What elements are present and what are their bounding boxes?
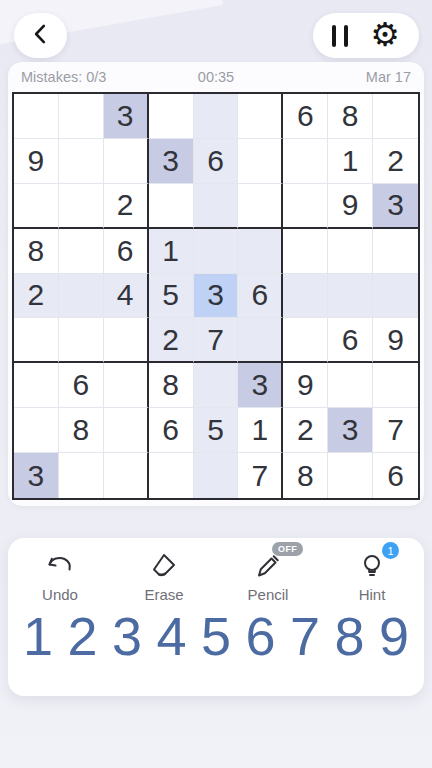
- cell-r9c5[interactable]: [194, 453, 239, 498]
- cell-r8c2[interactable]: 8: [59, 408, 104, 453]
- cell-r9c8[interactable]: [328, 453, 373, 498]
- erase-icon: [147, 549, 181, 583]
- cell-r1c9[interactable]: [373, 94, 418, 139]
- cell-r3c7[interactable]: [283, 184, 328, 229]
- numpad: 123456789: [8, 603, 424, 669]
- undo-label: Undo: [42, 586, 78, 603]
- cell-r4c4[interactable]: 1: [149, 229, 194, 274]
- cell-r1c7[interactable]: 6: [283, 94, 328, 139]
- cell-r1c5[interactable]: [194, 94, 239, 139]
- hint-count-badge: 1: [382, 542, 399, 559]
- numpad-key-2[interactable]: 2: [67, 605, 97, 669]
- cell-r1c1[interactable]: [14, 94, 59, 139]
- cell-r1c8[interactable]: 8: [328, 94, 373, 139]
- numpad-key-6[interactable]: 6: [245, 605, 275, 669]
- cell-r5c4[interactable]: 5: [149, 274, 194, 319]
- cell-r4c1[interactable]: 8: [14, 229, 59, 274]
- cell-r3c4[interactable]: [149, 184, 194, 229]
- cell-r7c3[interactable]: [104, 363, 149, 408]
- numpad-key-8[interactable]: 8: [334, 605, 364, 669]
- sudoku-board: 36893612293861245362769683986512373786: [12, 92, 420, 500]
- cell-r7c8[interactable]: [328, 363, 373, 408]
- cell-r5c9[interactable]: [373, 274, 418, 319]
- status-bar: Mistakes: 0/3 00:35 Mar 17: [8, 62, 424, 85]
- back-chevron-icon: [28, 21, 54, 51]
- board-card: Mistakes: 0/3 00:35 Mar 17 3689361229386…: [8, 62, 424, 506]
- cell-r8c4[interactable]: 6: [149, 408, 194, 453]
- cell-r2c8[interactable]: 1: [328, 139, 373, 184]
- cell-r4c8[interactable]: [328, 229, 373, 274]
- cell-r6c2[interactable]: [59, 318, 104, 363]
- cell-r5c1[interactable]: 2: [14, 274, 59, 319]
- cell-r5c2[interactable]: [59, 274, 104, 319]
- cell-r8c3[interactable]: [104, 408, 149, 453]
- cell-r3c5[interactable]: [194, 184, 239, 229]
- cell-r2c2[interactable]: [59, 139, 104, 184]
- cell-r5c6[interactable]: 6: [238, 274, 283, 319]
- cell-r6c1[interactable]: [14, 318, 59, 363]
- cell-r2c4[interactable]: 3: [149, 139, 194, 184]
- cell-r3c1[interactable]: [14, 184, 59, 229]
- back-button[interactable]: [14, 13, 67, 58]
- cell-r6c4[interactable]: 2: [149, 318, 194, 363]
- cell-r9c2[interactable]: [59, 453, 104, 498]
- cell-r9c9[interactable]: 6: [373, 453, 418, 498]
- settings-gear-icon[interactable]: ⚙: [370, 18, 400, 51]
- cell-r5c7[interactable]: [283, 274, 328, 319]
- cell-r5c8[interactable]: [328, 274, 373, 319]
- cell-r1c4[interactable]: [149, 94, 194, 139]
- date-label: Mar 17: [281, 69, 411, 85]
- numpad-key-3[interactable]: 3: [112, 605, 142, 669]
- erase-label: Erase: [144, 586, 183, 603]
- cell-r9c3[interactable]: [104, 453, 149, 498]
- cell-r6c9[interactable]: 9: [373, 318, 418, 363]
- cell-r7c5[interactable]: [194, 363, 239, 408]
- pause-button[interactable]: [332, 25, 348, 47]
- numpad-key-4[interactable]: 4: [156, 605, 186, 669]
- cell-r3c6[interactable]: [238, 184, 283, 229]
- hint-label: Hint: [359, 586, 386, 603]
- pencil-off-badge: OFF: [272, 542, 303, 556]
- cell-r3c9[interactable]: 3: [373, 184, 418, 229]
- cell-r1c2[interactable]: [59, 94, 104, 139]
- numpad-key-7[interactable]: 7: [290, 605, 320, 669]
- numpad-key-9[interactable]: 9: [379, 605, 409, 669]
- cell-r8c9[interactable]: 7: [373, 408, 418, 453]
- cell-r4c6[interactable]: [238, 229, 283, 274]
- cell-r1c3[interactable]: 3: [104, 94, 149, 139]
- cell-r2c9[interactable]: 2: [373, 139, 418, 184]
- cell-r4c5[interactable]: [194, 229, 239, 274]
- cell-r9c7[interactable]: 8: [283, 453, 328, 498]
- cell-r9c1[interactable]: 3: [14, 453, 59, 498]
- cell-r8c1[interactable]: [14, 408, 59, 453]
- cell-r3c3[interactable]: 2: [104, 184, 149, 229]
- cell-r2c3[interactable]: [104, 139, 149, 184]
- cell-r7c2[interactable]: 6: [59, 363, 104, 408]
- cell-r2c5[interactable]: 6: [194, 139, 239, 184]
- cell-r7c7[interactable]: 9: [283, 363, 328, 408]
- cell-r5c3[interactable]: 4: [104, 274, 149, 319]
- cell-r2c1[interactable]: 9: [14, 139, 59, 184]
- cell-r8c5[interactable]: 5: [194, 408, 239, 453]
- cell-r6c8[interactable]: 6: [328, 318, 373, 363]
- cell-r7c4[interactable]: 8: [149, 363, 194, 408]
- erase-button[interactable]: Erase: [112, 549, 216, 603]
- undo-button[interactable]: Undo: [8, 549, 112, 603]
- topbar-right-pill: ⚙: [313, 13, 419, 58]
- mistakes-counter: Mistakes: 0/3: [21, 69, 151, 85]
- cell-r1c6[interactable]: [238, 94, 283, 139]
- pencil-button[interactable]: OFF Pencil: [216, 549, 320, 603]
- cell-r2c7[interactable]: [283, 139, 328, 184]
- cell-r7c1[interactable]: [14, 363, 59, 408]
- cell-r6c5[interactable]: 7: [194, 318, 239, 363]
- cell-r5c5[interactable]: 3: [194, 274, 239, 319]
- cell-r6c6[interactable]: [238, 318, 283, 363]
- cell-r4c2[interactable]: [59, 229, 104, 274]
- cell-r3c8[interactable]: 9: [328, 184, 373, 229]
- cell-r7c9[interactable]: [373, 363, 418, 408]
- cell-r8c8[interactable]: 3: [328, 408, 373, 453]
- undo-icon: [43, 549, 77, 583]
- cell-r7c6[interactable]: 3: [238, 363, 283, 408]
- cell-r4c7[interactable]: [283, 229, 328, 274]
- cell-r8c7[interactable]: 2: [283, 408, 328, 453]
- cell-r4c3[interactable]: 6: [104, 229, 149, 274]
- control-panel: Undo Erase OFF Pencil: [8, 538, 424, 696]
- numpad-key-1[interactable]: 1: [23, 605, 53, 669]
- cell-r6c3[interactable]: [104, 318, 149, 363]
- cell-r9c6[interactable]: 7: [238, 453, 283, 498]
- toolbar: Undo Erase OFF Pencil: [8, 538, 424, 603]
- pencil-label: Pencil: [248, 586, 289, 603]
- cell-r8c6[interactable]: 1: [238, 408, 283, 453]
- numpad-key-5[interactable]: 5: [201, 605, 231, 669]
- cell-r9c4[interactable]: [149, 453, 194, 498]
- hint-button[interactable]: 1 Hint: [320, 549, 424, 603]
- hint-bulb-icon: 1: [355, 549, 389, 583]
- timer: 00:35: [151, 69, 281, 85]
- pencil-icon: OFF: [251, 549, 285, 583]
- cell-r2c6[interactable]: [238, 139, 283, 184]
- cell-r4c9[interactable]: [373, 229, 418, 274]
- cell-r6c7[interactable]: [283, 318, 328, 363]
- cell-r3c2[interactable]: [59, 184, 104, 229]
